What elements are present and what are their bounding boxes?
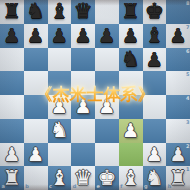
white-bishop[interactable]: ♝ — [50, 167, 69, 190]
square-f3[interactable]: ♟ — [119, 119, 143, 143]
square-g2[interactable]: ♟ — [143, 143, 167, 167]
white-rook[interactable]: ♜ — [2, 167, 21, 190]
square-c6[interactable] — [48, 48, 72, 72]
square-f5[interactable] — [119, 71, 143, 95]
rank-label-4: 4 — [186, 96, 189, 101]
square-c5[interactable] — [48, 71, 72, 95]
square-h7[interactable]: 7♟ — [166, 24, 190, 48]
white-knight[interactable]: ♞ — [145, 167, 164, 190]
square-c4[interactable]: ♟ — [48, 95, 72, 119]
square-a4[interactable] — [0, 95, 24, 119]
square-h4[interactable]: 4 — [166, 95, 190, 119]
chess-app-screen: ♜♞♝♛♜♚8♟♟♟♟♟♟♝7♟♞♟65♟♟♟4♞♟3♟♟♟2♟a♜bc♝d♛e… — [0, 0, 190, 190]
square-g1[interactable]: g♞ — [143, 166, 167, 190]
square-a8[interactable]: ♜ — [0, 0, 24, 24]
square-f6[interactable]: ♞ — [119, 48, 143, 72]
square-c3[interactable]: ♞ — [48, 119, 72, 143]
white-pawn[interactable]: ♟ — [3, 143, 20, 166]
white-king[interactable]: ♚ — [97, 167, 116, 190]
square-b2[interactable]: ♟ — [24, 143, 48, 167]
black-rook[interactable]: ♜ — [121, 0, 140, 23]
square-e5[interactable] — [95, 71, 119, 95]
white-pawn[interactable]: ♟ — [75, 95, 92, 118]
square-b6[interactable] — [24, 48, 48, 72]
black-pawn[interactable]: ♟ — [75, 24, 92, 47]
square-h6[interactable]: 6 — [166, 48, 190, 72]
square-b4[interactable] — [24, 95, 48, 119]
square-f8[interactable]: ♜ — [119, 0, 143, 24]
chess-board: ♜♞♝♛♜♚8♟♟♟♟♟♟♝7♟♞♟65♟♟♟4♞♟3♟♟♟2♟a♜bc♝d♛e… — [0, 0, 190, 190]
square-a7[interactable]: ♟ — [0, 24, 24, 48]
rank-label-3: 3 — [186, 120, 189, 125]
white-pawn[interactable]: ♟ — [146, 143, 163, 166]
square-f1[interactable]: f♝ — [119, 166, 143, 190]
square-f4[interactable] — [119, 95, 143, 119]
square-e8[interactable] — [95, 0, 119, 24]
square-h2[interactable]: 2♟ — [166, 143, 190, 167]
square-b3[interactable] — [24, 119, 48, 143]
square-e6[interactable] — [95, 48, 119, 72]
square-b7[interactable]: ♟ — [24, 24, 48, 48]
square-b8[interactable]: ♞ — [24, 0, 48, 24]
file-label-b: b — [25, 184, 29, 189]
square-c7[interactable]: ♟ — [48, 24, 72, 48]
black-bishop[interactable]: ♝ — [145, 24, 164, 47]
square-e2[interactable] — [95, 143, 119, 167]
square-f7[interactable]: ♟ — [119, 24, 143, 48]
square-g3[interactable] — [143, 119, 167, 143]
square-d4[interactable]: ♟ — [71, 95, 95, 119]
square-d3[interactable] — [71, 119, 95, 143]
square-e1[interactable]: e♚ — [95, 166, 119, 190]
black-pawn[interactable]: ♟ — [98, 24, 115, 47]
white-bishop[interactable]: ♝ — [121, 167, 140, 190]
square-a1[interactable]: a♜ — [0, 166, 24, 190]
black-pawn[interactable]: ♟ — [51, 24, 68, 47]
square-e7[interactable]: ♟ — [95, 24, 119, 48]
square-c2[interactable] — [48, 143, 72, 167]
square-c8[interactable]: ♝ — [48, 0, 72, 24]
square-a3[interactable] — [0, 119, 24, 143]
white-pawn[interactable]: ♟ — [51, 95, 68, 118]
square-e4[interactable]: ♟ — [95, 95, 119, 119]
black-rook[interactable]: ♜ — [2, 0, 21, 23]
square-h8[interactable]: 8 — [166, 0, 190, 24]
black-pawn[interactable]: ♟ — [146, 48, 163, 71]
square-g4[interactable] — [143, 95, 167, 119]
rank-label-6: 6 — [186, 49, 189, 54]
square-d5[interactable] — [71, 71, 95, 95]
rank-label-5: 5 — [186, 72, 189, 77]
white-pawn[interactable]: ♟ — [170, 143, 187, 166]
black-king[interactable]: ♚ — [145, 0, 164, 23]
square-f2[interactable] — [119, 143, 143, 167]
square-a6[interactable] — [0, 48, 24, 72]
square-g8[interactable]: ♚ — [143, 0, 167, 24]
square-e3[interactable] — [95, 119, 119, 143]
square-h3[interactable]: 3 — [166, 119, 190, 143]
black-pawn[interactable]: ♟ — [170, 24, 187, 47]
white-rook[interactable]: ♜ — [169, 167, 188, 190]
square-d8[interactable]: ♛ — [71, 0, 95, 24]
square-b5[interactable] — [24, 71, 48, 95]
rank-label-8: 8 — [186, 1, 189, 6]
black-queen[interactable]: ♛ — [74, 0, 93, 23]
black-pawn[interactable]: ♟ — [27, 24, 44, 47]
square-d6[interactable] — [71, 48, 95, 72]
square-g7[interactable]: ♝ — [143, 24, 167, 48]
square-a2[interactable]: ♟ — [0, 143, 24, 167]
square-a5[interactable] — [0, 71, 24, 95]
square-b1[interactable]: b — [24, 166, 48, 190]
square-h5[interactable]: 5 — [166, 71, 190, 95]
square-d2[interactable] — [71, 143, 95, 167]
white-pawn[interactable]: ♟ — [122, 119, 139, 142]
square-g5[interactable] — [143, 71, 167, 95]
white-pawn[interactable]: ♟ — [98, 95, 115, 118]
square-h1[interactable]: 1h♜ — [166, 166, 190, 190]
square-g6[interactable]: ♟ — [143, 48, 167, 72]
white-knight[interactable]: ♞ — [50, 119, 69, 142]
square-c1[interactable]: c♝ — [48, 166, 72, 190]
white-queen[interactable]: ♛ — [74, 167, 93, 190]
white-pawn[interactable]: ♟ — [27, 143, 44, 166]
black-pawn[interactable]: ♟ — [122, 24, 139, 47]
square-d7[interactable]: ♟ — [71, 24, 95, 48]
black-pawn[interactable]: ♟ — [3, 24, 20, 47]
black-knight[interactable]: ♞ — [26, 0, 45, 23]
square-d1[interactable]: d♛ — [71, 166, 95, 190]
black-bishop[interactable]: ♝ — [50, 0, 69, 23]
black-knight[interactable]: ♞ — [121, 48, 140, 71]
